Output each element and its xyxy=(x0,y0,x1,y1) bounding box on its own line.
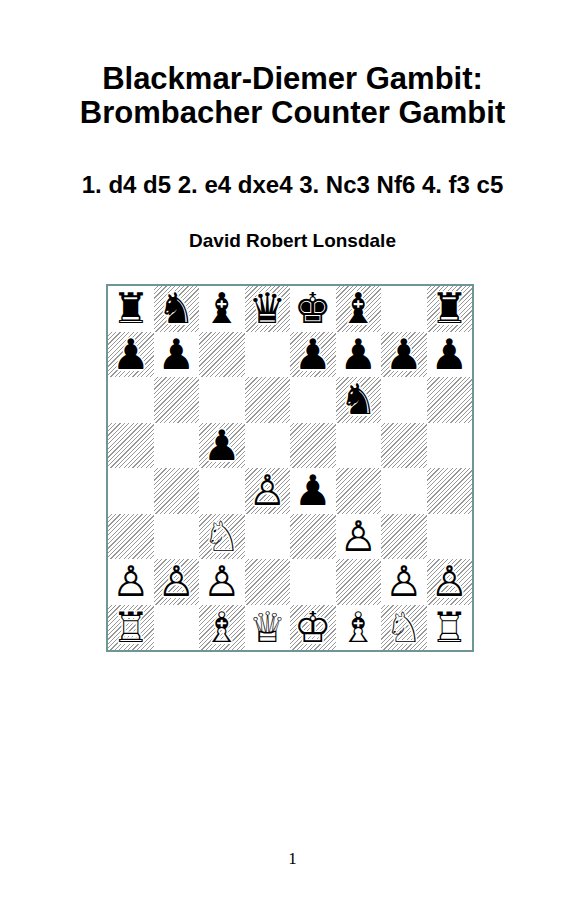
black-king: ♚ xyxy=(294,286,332,332)
square-a6 xyxy=(108,377,154,423)
white-king: ♔ xyxy=(294,605,332,651)
square-c1: ♗ xyxy=(199,605,245,651)
square-h7: ♟ xyxy=(427,332,473,378)
square-c4 xyxy=(199,468,245,514)
square-d1: ♕ xyxy=(245,605,291,651)
square-g6 xyxy=(381,377,427,423)
square-f1: ♗ xyxy=(336,605,382,651)
black-knight: ♞ xyxy=(157,286,195,332)
square-a5 xyxy=(108,423,154,469)
white-pawn: ♙ xyxy=(430,559,468,605)
square-d2 xyxy=(245,559,291,605)
square-c7 xyxy=(199,332,245,378)
page-number: 1 xyxy=(0,849,585,869)
square-c5: ♟ xyxy=(199,423,245,469)
white-rook: ♖ xyxy=(112,605,150,651)
black-bishop: ♝ xyxy=(203,286,241,332)
square-b2: ♙ xyxy=(154,559,200,605)
white-bishop: ♗ xyxy=(203,605,241,651)
black-bishop: ♝ xyxy=(339,286,377,332)
square-b6 xyxy=(154,377,200,423)
square-e2 xyxy=(290,559,336,605)
square-h1: ♖ xyxy=(427,605,473,651)
black-pawn: ♟ xyxy=(157,332,195,378)
square-b4 xyxy=(154,468,200,514)
square-a2: ♙ xyxy=(108,559,154,605)
black-pawn: ♟ xyxy=(203,423,241,469)
square-f2 xyxy=(336,559,382,605)
black-pawn: ♟ xyxy=(112,332,150,378)
black-queen: ♛ xyxy=(248,286,286,332)
square-d3 xyxy=(245,514,291,560)
square-f5 xyxy=(336,423,382,469)
square-a3 xyxy=(108,514,154,560)
square-b7: ♟ xyxy=(154,332,200,378)
square-d7 xyxy=(245,332,291,378)
white-knight: ♘ xyxy=(385,605,423,651)
square-c2: ♙ xyxy=(199,559,245,605)
square-c3: ♘ xyxy=(199,514,245,560)
square-e6 xyxy=(290,377,336,423)
white-pawn: ♙ xyxy=(203,559,241,605)
square-h8: ♜ xyxy=(427,286,473,332)
square-a4 xyxy=(108,468,154,514)
square-h3 xyxy=(427,514,473,560)
black-pawn: ♟ xyxy=(294,468,332,514)
white-pawn: ♙ xyxy=(157,559,195,605)
black-pawn: ♟ xyxy=(294,332,332,378)
square-a7: ♟ xyxy=(108,332,154,378)
black-rook: ♜ xyxy=(430,286,468,332)
white-queen: ♕ xyxy=(248,605,286,651)
page-title: Blackmar-Diemer Gambit: Brombacher Count… xyxy=(0,62,585,130)
square-e7: ♟ xyxy=(290,332,336,378)
black-knight: ♞ xyxy=(339,377,377,423)
white-rook: ♖ xyxy=(430,605,468,651)
black-rook: ♜ xyxy=(112,286,150,332)
square-g3 xyxy=(381,514,427,560)
square-f8: ♝ xyxy=(336,286,382,332)
chess-board: ♜♞♝♛♚♝♜♟♟♟♟♟♟♞♟♙♟♘♙♙♙♙♙♙♖♗♕♔♗♘♖ xyxy=(106,284,474,652)
opening-moves-line: 1. d4 d5 2. e4 dxe4 3. Nc3 Nf6 4. f3 c5 xyxy=(0,171,585,199)
square-h4 xyxy=(427,468,473,514)
square-b5 xyxy=(154,423,200,469)
white-bishop: ♗ xyxy=(339,605,377,651)
square-d8: ♛ xyxy=(245,286,291,332)
black-pawn: ♟ xyxy=(430,332,468,378)
square-f6: ♞ xyxy=(336,377,382,423)
square-c8: ♝ xyxy=(199,286,245,332)
square-c6 xyxy=(199,377,245,423)
square-e5 xyxy=(290,423,336,469)
white-pawn: ♙ xyxy=(385,559,423,605)
square-b1 xyxy=(154,605,200,651)
square-a1: ♖ xyxy=(108,605,154,651)
square-h6 xyxy=(427,377,473,423)
square-e1: ♔ xyxy=(290,605,336,651)
white-pawn: ♙ xyxy=(339,514,377,560)
square-g2: ♙ xyxy=(381,559,427,605)
square-f4 xyxy=(336,468,382,514)
square-e8: ♚ xyxy=(290,286,336,332)
square-h2: ♙ xyxy=(427,559,473,605)
author-name: David Robert Lonsdale xyxy=(0,230,585,252)
white-pawn: ♙ xyxy=(112,559,150,605)
white-pawn: ♙ xyxy=(248,468,286,514)
square-f7: ♟ xyxy=(336,332,382,378)
square-e4: ♟ xyxy=(290,468,336,514)
square-d4: ♙ xyxy=(245,468,291,514)
square-d6 xyxy=(245,377,291,423)
black-pawn: ♟ xyxy=(339,332,377,378)
square-g4 xyxy=(381,468,427,514)
title-line-1: Blackmar-Diemer Gambit: xyxy=(0,62,585,96)
black-pawn: ♟ xyxy=(385,332,423,378)
square-d5 xyxy=(245,423,291,469)
square-g8 xyxy=(381,286,427,332)
square-g5 xyxy=(381,423,427,469)
square-b8: ♞ xyxy=(154,286,200,332)
square-e3 xyxy=(290,514,336,560)
square-b3 xyxy=(154,514,200,560)
white-knight: ♘ xyxy=(203,514,241,560)
square-g1: ♘ xyxy=(381,605,427,651)
square-a8: ♜ xyxy=(108,286,154,332)
book-title-page: Blackmar-Diemer Gambit: Brombacher Count… xyxy=(0,0,585,903)
square-h5 xyxy=(427,423,473,469)
square-g7: ♟ xyxy=(381,332,427,378)
square-f3: ♙ xyxy=(336,514,382,560)
title-line-2: Brombacher Counter Gambit xyxy=(0,96,585,130)
